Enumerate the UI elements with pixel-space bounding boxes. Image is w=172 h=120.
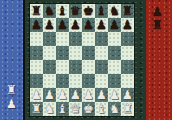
chess-window: ♜♟ ♜♞♝♛♚♝♞♜♟♟♟♟♟♟♟♟♟♟♟♟♟♟♟♟♜♞♝♛♚♝♞♜ ♟♜ xyxy=(0,0,172,120)
square-c8[interactable]: ♝ xyxy=(56,4,69,18)
square-a5[interactable] xyxy=(30,46,43,60)
tray-piece-white-rook: ♜ xyxy=(5,84,18,97)
tray-piece-black-rook: ♜ xyxy=(151,19,164,32)
square-a6[interactable] xyxy=(30,32,43,46)
black-player-panel: ♟♜ xyxy=(146,0,172,120)
piece-black-bishop[interactable]: ♝ xyxy=(96,4,107,18)
square-b2[interactable]: ♟ xyxy=(43,88,56,102)
white-player-panel: ♜♟ xyxy=(0,0,23,120)
square-d2[interactable]: ♟ xyxy=(69,88,82,102)
chess-board[interactable]: ♜♞♝♛♚♝♞♜♟♟♟♟♟♟♟♟♟♟♟♟♟♟♟♟♜♞♝♛♚♝♞♜ xyxy=(30,4,134,116)
piece-white-pawn[interactable]: ♟ xyxy=(122,88,133,102)
square-f4[interactable] xyxy=(95,60,108,74)
piece-black-pawn[interactable]: ♟ xyxy=(57,18,68,32)
square-b1[interactable]: ♞ xyxy=(43,102,56,116)
square-c1[interactable]: ♝ xyxy=(56,102,69,116)
piece-black-queen[interactable]: ♛ xyxy=(70,4,81,18)
piece-white-king[interactable]: ♚ xyxy=(83,102,94,116)
square-h5[interactable] xyxy=(121,46,134,60)
piece-white-knight[interactable]: ♞ xyxy=(44,102,55,116)
square-g7[interactable]: ♟ xyxy=(108,18,121,32)
square-f5[interactable] xyxy=(95,46,108,60)
square-g6[interactable] xyxy=(108,32,121,46)
square-c5[interactable] xyxy=(56,46,69,60)
piece-black-pawn[interactable]: ♟ xyxy=(109,18,120,32)
square-c2[interactable]: ♟ xyxy=(56,88,69,102)
piece-white-rook[interactable]: ♜ xyxy=(122,102,133,116)
square-c3[interactable] xyxy=(56,74,69,88)
square-g3[interactable] xyxy=(108,74,121,88)
tray-piece-white-pawn: ♟ xyxy=(5,98,18,111)
square-e7[interactable]: ♟ xyxy=(82,18,95,32)
square-c4[interactable] xyxy=(56,60,69,74)
piece-white-queen[interactable]: ♛ xyxy=(70,102,81,116)
square-b7[interactable]: ♟ xyxy=(43,18,56,32)
square-d5[interactable] xyxy=(69,46,82,60)
square-d6[interactable] xyxy=(69,32,82,46)
piece-white-bishop[interactable]: ♝ xyxy=(96,102,107,116)
square-g2[interactable]: ♟ xyxy=(108,88,121,102)
square-d4[interactable] xyxy=(69,60,82,74)
piece-white-pawn[interactable]: ♟ xyxy=(31,88,42,102)
piece-black-pawn[interactable]: ♟ xyxy=(96,18,107,32)
square-b4[interactable] xyxy=(43,60,56,74)
square-d8[interactable]: ♛ xyxy=(69,4,82,18)
piece-white-pawn[interactable]: ♟ xyxy=(83,88,94,102)
square-b5[interactable] xyxy=(43,46,56,60)
square-a8[interactable]: ♜ xyxy=(30,4,43,18)
square-f6[interactable] xyxy=(95,32,108,46)
piece-white-knight[interactable]: ♞ xyxy=(109,102,120,116)
square-h2[interactable]: ♟ xyxy=(121,88,134,102)
square-d1[interactable]: ♛ xyxy=(69,102,82,116)
square-e8[interactable]: ♚ xyxy=(82,4,95,18)
square-e5[interactable] xyxy=(82,46,95,60)
square-b6[interactable] xyxy=(43,32,56,46)
square-c7[interactable]: ♟ xyxy=(56,18,69,32)
square-g5[interactable] xyxy=(108,46,121,60)
square-g8[interactable]: ♞ xyxy=(108,4,121,18)
square-h3[interactable] xyxy=(121,74,134,88)
square-f1[interactable]: ♝ xyxy=(95,102,108,116)
square-d7[interactable]: ♟ xyxy=(69,18,82,32)
square-a1[interactable]: ♜ xyxy=(30,102,43,116)
square-e2[interactable]: ♟ xyxy=(82,88,95,102)
square-a7[interactable]: ♟ xyxy=(30,18,43,32)
piece-black-pawn[interactable]: ♟ xyxy=(31,18,42,32)
square-a2[interactable]: ♟ xyxy=(30,88,43,102)
piece-black-rook[interactable]: ♜ xyxy=(122,4,133,18)
piece-white-rook[interactable]: ♜ xyxy=(31,102,42,116)
piece-black-pawn[interactable]: ♟ xyxy=(44,18,55,32)
square-f7[interactable]: ♟ xyxy=(95,18,108,32)
piece-white-pawn[interactable]: ♟ xyxy=(109,88,120,102)
square-h6[interactable] xyxy=(121,32,134,46)
square-a4[interactable] xyxy=(30,60,43,74)
square-e1[interactable]: ♚ xyxy=(82,102,95,116)
square-c6[interactable] xyxy=(56,32,69,46)
piece-white-pawn[interactable]: ♟ xyxy=(57,88,68,102)
square-a3[interactable] xyxy=(30,74,43,88)
square-h8[interactable]: ♜ xyxy=(121,4,134,18)
square-h1[interactable]: ♜ xyxy=(121,102,134,116)
piece-black-king[interactable]: ♚ xyxy=(83,4,94,18)
piece-black-pawn[interactable]: ♟ xyxy=(122,18,133,32)
square-h4[interactable] xyxy=(121,60,134,74)
piece-black-knight[interactable]: ♞ xyxy=(44,4,55,18)
square-g4[interactable] xyxy=(108,60,121,74)
square-b3[interactable] xyxy=(43,74,56,88)
board-frame: ♜♞♝♛♚♝♞♜♟♟♟♟♟♟♟♟♟♟♟♟♟♟♟♟♜♞♝♛♚♝♞♜ xyxy=(23,0,146,120)
square-e3[interactable] xyxy=(82,74,95,88)
piece-white-pawn[interactable]: ♟ xyxy=(70,88,81,102)
piece-black-pawn[interactable]: ♟ xyxy=(83,18,94,32)
piece-white-pawn[interactable]: ♟ xyxy=(96,88,107,102)
square-e6[interactable] xyxy=(82,32,95,46)
piece-black-rook[interactable]: ♜ xyxy=(31,4,42,18)
piece-black-knight[interactable]: ♞ xyxy=(109,4,120,18)
square-b8[interactable]: ♞ xyxy=(43,4,56,18)
piece-black-bishop[interactable]: ♝ xyxy=(57,4,68,18)
piece-white-bishop[interactable]: ♝ xyxy=(57,102,68,116)
piece-black-pawn[interactable]: ♟ xyxy=(70,18,81,32)
square-f2[interactable]: ♟ xyxy=(95,88,108,102)
square-h7[interactable]: ♟ xyxy=(121,18,134,32)
square-d3[interactable] xyxy=(69,74,82,88)
square-f3[interactable] xyxy=(95,74,108,88)
piece-white-pawn[interactable]: ♟ xyxy=(44,88,55,102)
square-g1[interactable]: ♞ xyxy=(108,102,121,116)
square-f8[interactable]: ♝ xyxy=(95,4,108,18)
square-e4[interactable] xyxy=(82,60,95,74)
